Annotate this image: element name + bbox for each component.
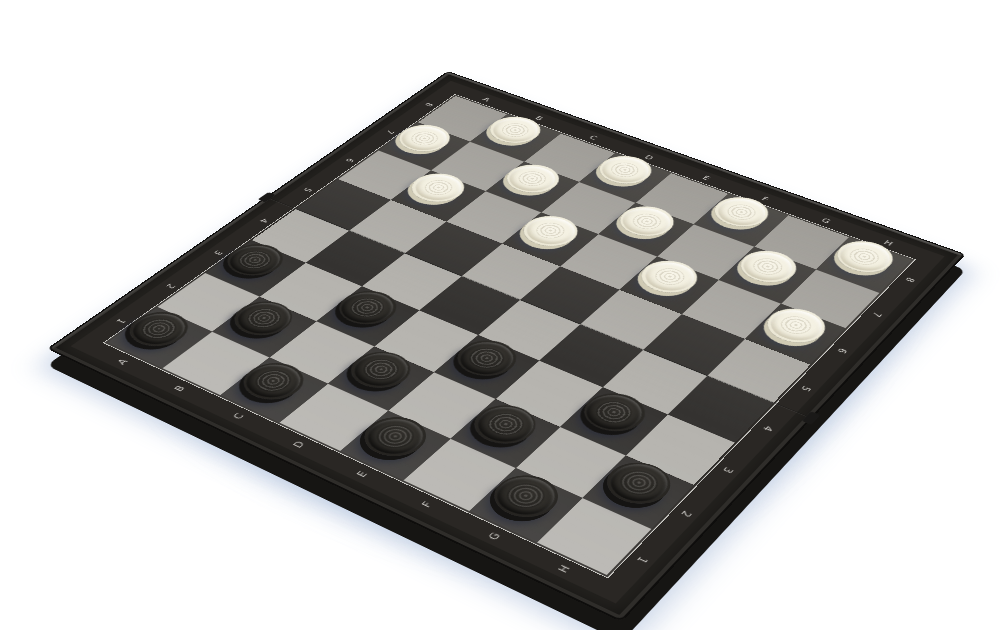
rank-label: 4 bbox=[760, 424, 774, 432]
white-checker-g7[interactable]: ⛀ bbox=[730, 245, 806, 289]
hinge-right bbox=[802, 411, 821, 425]
rank-label: 1 bbox=[634, 555, 649, 565]
file-label: C bbox=[588, 134, 599, 140]
file-label: C bbox=[231, 412, 245, 420]
rank-label: 6 bbox=[835, 347, 849, 354]
board-grid: ⛀⛀⛀⛀⛀⛀⛀⛀⛀⛀⛀⛀⛂⛂⛂⛂⛂⛂⛂⛂⛂⛂⛂⛂ bbox=[107, 96, 912, 575]
checkers-board: ABCDEFGH ABCDEFGH 87654321 87654321 ⛀⛀⛀⛀… bbox=[47, 71, 966, 622]
rank-label: 2 bbox=[678, 509, 693, 518]
file-label: A bbox=[481, 96, 492, 102]
file-label: D bbox=[292, 440, 307, 449]
rank-label: 8 bbox=[903, 276, 916, 283]
file-label: B bbox=[534, 115, 545, 121]
board-frame: ABCDEFGH ABCDEFGH 87654321 87654321 ⛀⛀⛀⛀… bbox=[47, 71, 966, 622]
hinge-left bbox=[258, 192, 276, 202]
scene: ABCDEFGH ABCDEFGH 87654321 87654321 ⛀⛀⛀⛀… bbox=[0, 0, 1000, 630]
rank-label: 3 bbox=[211, 249, 224, 256]
rank-label: 1 bbox=[114, 317, 127, 324]
rank-label: 5 bbox=[301, 187, 313, 193]
rank-label: 8 bbox=[423, 102, 434, 107]
file-label: B bbox=[173, 384, 187, 392]
file-label: H bbox=[557, 564, 573, 574]
white-checker-glyph: ⛀ bbox=[730, 245, 806, 289]
black-checker-h2[interactable]: ⛂ bbox=[595, 455, 682, 512]
file-label: E bbox=[701, 175, 712, 181]
rank-label: 4 bbox=[257, 217, 269, 223]
board-sticker: ABCDEFGH ABCDEFGH 87654321 87654321 ⛀⛀⛀⛀… bbox=[71, 81, 945, 604]
rank-label: 7 bbox=[870, 311, 883, 318]
black-checker-glyph: ⛂ bbox=[595, 455, 682, 512]
playfield: ⛀⛀⛀⛀⛀⛀⛀⛀⛀⛀⛀⛀⛂⛂⛂⛂⛂⛂⛂⛂⛂⛂⛂⛂ bbox=[103, 94, 916, 578]
rank-label: 7 bbox=[384, 129, 396, 135]
rank-label: 5 bbox=[798, 385, 812, 393]
rank-label: 3 bbox=[720, 466, 734, 475]
file-label: G bbox=[820, 217, 832, 224]
file-label: G bbox=[487, 531, 503, 541]
rank-label: 6 bbox=[343, 157, 355, 163]
file-label: F bbox=[760, 196, 770, 202]
file-label: A bbox=[116, 358, 130, 366]
file-label: E bbox=[355, 470, 369, 479]
rank-label: 2 bbox=[164, 283, 177, 290]
photo-stage: ABCDEFGH ABCDEFGH 87654321 87654321 ⛀⛀⛀⛀… bbox=[0, 0, 1000, 630]
file-label: F bbox=[421, 500, 435, 509]
